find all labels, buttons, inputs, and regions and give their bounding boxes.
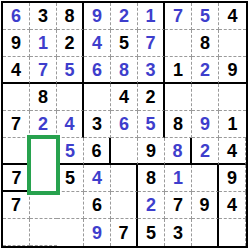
entered-digit: 4 (64, 115, 74, 133)
entered-digit: 9 (92, 7, 102, 25)
cell-r6c2[interactable]: 5 (57, 138, 84, 165)
given-digit: 9 (227, 61, 237, 79)
cell-r2c4[interactable]: 4 (84, 30, 111, 57)
entered-digit: 9 (200, 115, 210, 133)
cell-r3c5[interactable]: 8 (111, 57, 138, 84)
cell-r2c1[interactable]: 9 (3, 30, 30, 57)
cell-r7c9[interactable] (30, 192, 57, 219)
cell-r4c2[interactable]: 8 (30, 84, 57, 111)
cell-r4c5[interactable]: 4 (111, 84, 138, 111)
given-digit: 8 (64, 7, 74, 25)
given-digit: 4 (227, 196, 237, 214)
cell-r1c9[interactable]: 4 (219, 3, 246, 30)
cell-r4c6[interactable]: 2 (138, 84, 165, 111)
cell-r5c2[interactable]: 2 (30, 111, 57, 138)
cell-r6c1[interactable] (3, 138, 30, 165)
cell-r9c1[interactable] (57, 219, 84, 246)
cell-r3c2[interactable]: 7 (30, 57, 57, 84)
given-digit: 2 (145, 88, 155, 106)
cell-r1c1[interactable]: 6 (3, 3, 30, 30)
entered-digit: 5 (145, 115, 155, 133)
cell-r2c7[interactable] (165, 30, 192, 57)
entered-digit: 6 (119, 115, 129, 133)
given-digit: 6 (92, 196, 102, 214)
cell-r5c3[interactable]: 4 (57, 111, 84, 138)
entered-digit: 5 (65, 142, 75, 160)
cell-r3c8[interactable]: 2 (192, 57, 219, 84)
entered-digit: 2 (200, 142, 210, 160)
cell-r8c8[interactable] (3, 219, 30, 246)
cell-r3c6[interactable]: 3 (138, 57, 165, 84)
cell-r7c2[interactable]: 4 (84, 165, 111, 192)
cell-r3c4[interactable]: 6 (84, 57, 111, 84)
given-digit: 8 (173, 115, 183, 133)
cell-r3c1[interactable]: 4 (3, 57, 30, 84)
given-digit: 3 (92, 115, 102, 133)
cell-r5c7[interactable]: 8 (165, 111, 192, 138)
cell-r2c3[interactable]: 2 (57, 30, 84, 57)
cell-r6c4[interactable] (111, 138, 138, 165)
entered-digit: 4 (92, 169, 102, 187)
given-digit: 4 (119, 88, 129, 106)
cell-r9c4[interactable]: 5 (138, 219, 165, 246)
cell-r5c9[interactable]: 1 (219, 111, 246, 138)
cell-r9c2[interactable]: 9 (84, 219, 111, 246)
cell-r8c6[interactable]: 9 (192, 192, 219, 219)
cell-r1c8[interactable]: 5 (192, 3, 219, 30)
cell-r3c7[interactable]: 1 (165, 57, 192, 84)
cell-r6c3[interactable]: 6 (84, 138, 111, 165)
cell-r2c5[interactable]: 5 (111, 30, 138, 57)
entered-digit: 5 (200, 7, 210, 25)
cell-r8c4[interactable]: 2 (138, 192, 165, 219)
entered-digit: 6 (92, 61, 102, 79)
given-digit: 9 (11, 34, 21, 52)
cell-r7c7[interactable]: 9 (219, 165, 246, 192)
entered-digit: 2 (119, 7, 129, 25)
cell-r4c1[interactable] (3, 84, 30, 111)
entered-digit: 7 (145, 34, 155, 52)
cell-r6c9[interactable]: 7 (3, 165, 30, 192)
cell-r2c2[interactable]: 1 (30, 30, 57, 57)
given-digit: 5 (65, 169, 75, 187)
given-digit: 9 (199, 196, 209, 214)
entered-digit: 8 (119, 61, 129, 79)
given-digit: 4 (11, 61, 21, 79)
cell-r5c4[interactable]: 3 (84, 111, 111, 138)
given-digit: 7 (11, 169, 21, 187)
cell-r8c1[interactable] (57, 192, 84, 219)
cell-r1c6[interactable]: 1 (138, 3, 165, 30)
given-digit: 5 (146, 224, 156, 242)
cell-r2c6[interactable]: 7 (138, 30, 165, 57)
cell-r4c8[interactable] (192, 84, 219, 111)
entered-digit: 2 (146, 196, 156, 214)
given-digit: 4 (227, 7, 237, 25)
cell-r9c3[interactable]: 7 (111, 219, 138, 246)
cell-r4c7[interactable] (165, 84, 192, 111)
entered-digit: 6 (11, 7, 21, 25)
entered-digit: 7 (173, 7, 183, 25)
cell-r1c5[interactable]: 2 (111, 3, 138, 30)
cell-r6c6[interactable]: 8 (165, 138, 192, 165)
cell-r5c8[interactable]: 9 (192, 111, 219, 138)
entered-digit: 7 (38, 61, 48, 79)
cell-r8c3[interactable] (111, 192, 138, 219)
cell-r6c7[interactable]: 2 (192, 138, 219, 165)
cell-r1c3[interactable]: 8 (57, 3, 84, 30)
cell-r6c5[interactable]: 9 (138, 138, 165, 165)
cell-r9c6[interactable] (192, 219, 219, 246)
cell-r7c4[interactable]: 8 (138, 165, 165, 192)
entered-digit: 8 (172, 142, 182, 160)
cell-r5c6[interactable]: 5 (138, 111, 165, 138)
cell-r7c6[interactable] (192, 165, 219, 192)
given-digit: 1 (227, 115, 237, 133)
entered-digit: 1 (38, 34, 48, 52)
given-digit: 2 (64, 34, 74, 52)
entered-digit: 4 (92, 34, 102, 52)
entered-digit: 5 (64, 61, 74, 79)
cell-r8c9[interactable] (30, 219, 57, 246)
given-digit: 4 (227, 142, 237, 160)
cell-r2c9[interactable] (219, 30, 246, 57)
given-digit: 7 (11, 196, 21, 214)
given-digit: 5 (119, 34, 129, 52)
cell-r7c5[interactable]: 1 (165, 165, 192, 192)
given-digit: 8 (146, 169, 156, 187)
given-digit: 3 (173, 224, 183, 242)
entered-digit: 2 (200, 61, 210, 79)
given-digit: 9 (146, 142, 156, 160)
cell-r1c7[interactable]: 7 (165, 3, 192, 30)
cell-r8c5[interactable]: 7 (165, 192, 192, 219)
cell-r9c5[interactable]: 3 (165, 219, 192, 246)
entered-digit: 9 (92, 224, 102, 242)
entered-digit: 1 (145, 7, 155, 25)
cell-r4c4[interactable] (84, 84, 111, 111)
cell-r3c9[interactable]: 9 (219, 57, 246, 84)
entered-digit: 3 (145, 61, 155, 79)
cell-r5c5[interactable]: 6 (111, 111, 138, 138)
cell-r8c7[interactable]: 4 (219, 192, 246, 219)
cell-r1c4[interactable]: 9 (84, 3, 111, 30)
given-digit: 7 (118, 224, 128, 242)
given-digit: 9 (227, 169, 237, 187)
cell-r6c8[interactable]: 4 (219, 138, 246, 165)
cell-r7c3[interactable] (111, 165, 138, 192)
selection-highlight (27, 135, 60, 195)
given-digit: 3 (38, 7, 48, 25)
sudoku-board: 6389217549124578475683129842724365891569… (1, 1, 248, 248)
cell-r9c7[interactable] (219, 219, 246, 246)
entered-digit: 1 (173, 169, 183, 187)
cell-r7c8[interactable]: 7 (3, 192, 30, 219)
given-digit: 1 (173, 61, 183, 79)
cell-r3c3[interactable]: 5 (57, 57, 84, 84)
cell-r8c2[interactable]: 6 (84, 192, 111, 219)
given-digit: 7 (173, 196, 183, 214)
cell-r7c1[interactable]: 5 (57, 165, 84, 192)
cell-r4c3[interactable] (57, 84, 84, 111)
given-digit: 8 (38, 88, 48, 106)
entered-digit: 2 (38, 115, 48, 133)
cell-r1c2[interactable]: 3 (30, 3, 57, 30)
given-digit: 6 (91, 142, 101, 160)
given-digit: 7 (11, 115, 21, 133)
cell-r4c9[interactable] (219, 84, 246, 111)
cell-r2c8[interactable]: 8 (192, 30, 219, 57)
given-digit: 8 (200, 34, 210, 52)
cell-r5c1[interactable]: 7 (3, 111, 30, 138)
